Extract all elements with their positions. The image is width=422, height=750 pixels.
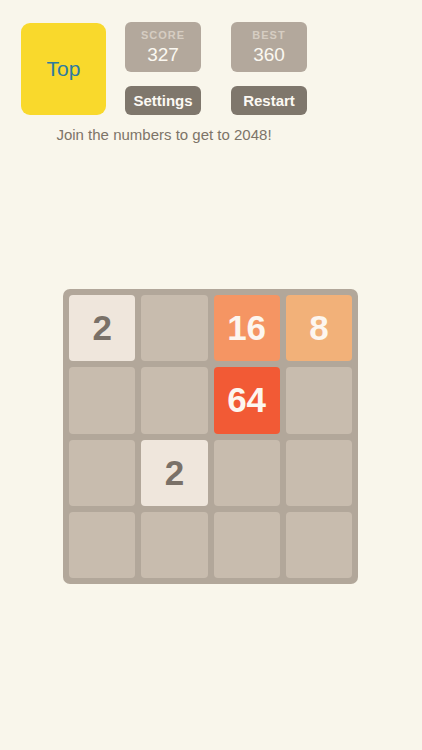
empty-cell — [286, 440, 352, 506]
board-grid[interactable]: 2168642 — [63, 289, 358, 584]
tile-64: 64 — [214, 367, 280, 433]
empty-cell — [69, 367, 135, 433]
empty-cell — [69, 512, 135, 578]
tile-8: 8 — [286, 295, 352, 361]
top-button-label: Top — [47, 57, 81, 81]
restart-button[interactable]: Restart — [231, 86, 307, 115]
score-label: SCORE — [141, 29, 185, 41]
top-button[interactable]: Top — [21, 23, 106, 115]
empty-cell — [141, 512, 207, 578]
empty-cell — [286, 367, 352, 433]
settings-button[interactable]: Settings — [125, 86, 201, 115]
empty-cell — [214, 440, 280, 506]
tile-16: 16 — [214, 295, 280, 361]
tagline: Join the numbers to get to 2048! — [21, 126, 307, 143]
best-label: BEST — [252, 29, 285, 41]
empty-cell — [141, 295, 207, 361]
empty-cell — [214, 512, 280, 578]
empty-cell — [69, 440, 135, 506]
tile-2: 2 — [69, 295, 135, 361]
best-box: BEST 360 — [231, 22, 307, 72]
score-value: 327 — [147, 44, 179, 66]
tile-2: 2 — [141, 440, 207, 506]
best-value: 360 — [253, 44, 285, 66]
empty-cell — [141, 367, 207, 433]
empty-cell — [286, 512, 352, 578]
score-box: SCORE 327 — [125, 22, 201, 72]
